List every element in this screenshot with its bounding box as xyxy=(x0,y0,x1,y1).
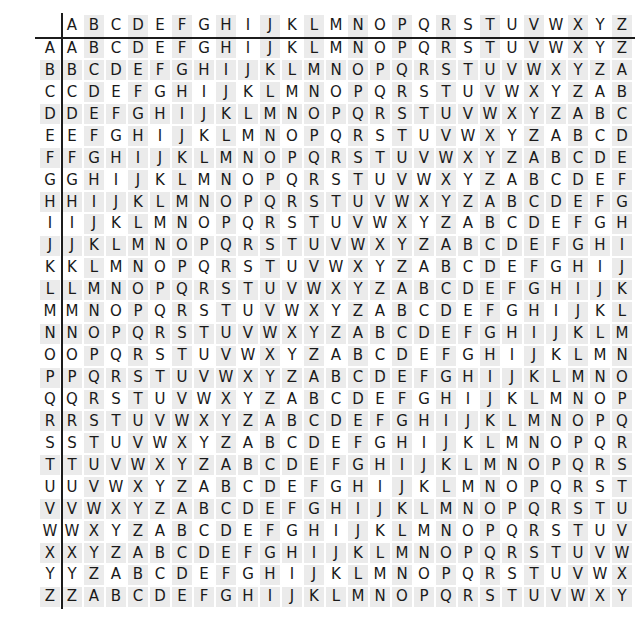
grid-cell: E xyxy=(369,389,391,411)
grid-cell: P xyxy=(259,169,281,191)
grid-cell: F xyxy=(479,301,501,323)
grid-cell: D xyxy=(611,125,633,147)
grid-cell: K xyxy=(369,520,391,542)
grid-cell: Z xyxy=(413,235,435,257)
grid-cell: A xyxy=(61,38,83,60)
grid-cell: T xyxy=(413,103,435,125)
grid-cell: H xyxy=(435,389,457,411)
grid-cell: N xyxy=(545,410,567,432)
grid-cell: L xyxy=(303,38,325,60)
grid-cell: C xyxy=(105,38,127,60)
grid-cell: O xyxy=(105,301,127,323)
grid-cell: S xyxy=(435,59,457,81)
grid-cell: G xyxy=(479,323,501,345)
grid-cell: X xyxy=(61,542,83,564)
grid-cell: N xyxy=(567,389,589,411)
grid-cell: D xyxy=(479,257,501,279)
grid-cell: P xyxy=(171,257,193,279)
grid-cell: T xyxy=(501,586,523,608)
grid-cell: B xyxy=(479,213,501,235)
grid-cell: A xyxy=(149,520,171,542)
grid-cell: R xyxy=(237,235,259,257)
grid-cell: Z xyxy=(457,191,479,213)
grid-cell: D xyxy=(501,235,523,257)
grid-cell: U xyxy=(501,38,523,60)
grid-cell: G xyxy=(83,147,105,169)
grid-cell: B xyxy=(215,476,237,498)
grid-cell: A xyxy=(413,257,435,279)
grid-cell: F xyxy=(215,564,237,586)
grid-cell: R xyxy=(259,213,281,235)
grid-cell: M xyxy=(259,103,281,125)
grid-cell: R xyxy=(611,432,633,454)
grid-cell: Y xyxy=(105,520,127,542)
grid-cell: C xyxy=(347,367,369,389)
grid-cell: Q xyxy=(369,81,391,103)
grid-cell: A xyxy=(83,586,105,608)
grid-cell: F xyxy=(61,147,83,169)
grid-cell: Y xyxy=(193,432,215,454)
grid-cell: X xyxy=(435,169,457,191)
grid-cell: N xyxy=(171,213,193,235)
grid-cell: M xyxy=(281,81,303,103)
grid-cell: T xyxy=(259,257,281,279)
grid-cell: N xyxy=(391,564,413,586)
grid-cell: G xyxy=(127,103,149,125)
grid-cell: T xyxy=(325,191,347,213)
grid-cell: M xyxy=(83,279,105,301)
grid-cell: K xyxy=(435,454,457,476)
grid-cell: I xyxy=(589,257,611,279)
grid-cell: W xyxy=(523,59,545,81)
grid-cell: B xyxy=(303,389,325,411)
grid-cell: O xyxy=(61,345,83,367)
grid-cell: J xyxy=(501,367,523,389)
grid-cell: Z xyxy=(259,389,281,411)
grid-cell: X xyxy=(127,476,149,498)
row-label: L xyxy=(39,279,61,301)
grid-cell: Y xyxy=(127,498,149,520)
grid-cell: Q xyxy=(171,279,193,301)
grid-cell: P xyxy=(413,586,435,608)
grid-cell: D xyxy=(523,213,545,235)
grid-cell: O xyxy=(435,542,457,564)
grid-cell: F xyxy=(523,257,545,279)
grid-cell: F xyxy=(369,410,391,432)
grid-cell: F xyxy=(303,476,325,498)
grid-cell: D xyxy=(567,169,589,191)
grid-cell: W xyxy=(391,191,413,213)
grid-cell: W xyxy=(435,147,457,169)
grid-cell: K xyxy=(171,147,193,169)
grid-cell: R xyxy=(457,586,479,608)
grid-cell: J xyxy=(193,103,215,125)
grid-cell: E xyxy=(105,81,127,103)
grid-cell: U xyxy=(303,235,325,257)
grid-cell: F xyxy=(281,498,303,520)
grid-cell: G xyxy=(259,542,281,564)
grid-cell: T xyxy=(171,345,193,367)
grid-cell: E xyxy=(589,169,611,191)
grid-cell: G xyxy=(391,410,413,432)
header-cell: Z xyxy=(611,14,633,38)
grid-cell: Y xyxy=(303,323,325,345)
grid-cell: Z xyxy=(281,367,303,389)
grid-cell: B xyxy=(435,257,457,279)
grid-cell: P xyxy=(149,279,171,301)
grid-cell: R xyxy=(83,389,105,411)
grid-cell: H xyxy=(413,410,435,432)
grid-cell: C xyxy=(589,125,611,147)
grid-cell: Y xyxy=(215,410,237,432)
grid-cell: V xyxy=(567,564,589,586)
grid-cell: S xyxy=(347,147,369,169)
grid-cell: C xyxy=(61,81,83,103)
grid-cell: I xyxy=(83,191,105,213)
grid-cell: C xyxy=(171,542,193,564)
grid-cell: B xyxy=(105,586,127,608)
grid-cell: W xyxy=(413,169,435,191)
grid-cell: Y xyxy=(259,367,281,389)
grid-cell: O xyxy=(215,191,237,213)
grid-cell: A xyxy=(567,103,589,125)
grid-cell: N xyxy=(259,125,281,147)
grid-cell: Q xyxy=(281,169,303,191)
grid-cell: V xyxy=(127,432,149,454)
grid-cell: N xyxy=(83,301,105,323)
grid-cell: U xyxy=(237,301,259,323)
grid-cell: J xyxy=(171,125,193,147)
grid-cell: J xyxy=(281,586,303,608)
grid-cell: S xyxy=(523,542,545,564)
grid-cell: N xyxy=(457,498,479,520)
grid-cell: P xyxy=(105,323,127,345)
grid-cell: L xyxy=(567,345,589,367)
grid-cell: O xyxy=(501,476,523,498)
corner-cell xyxy=(39,14,61,38)
grid-cell: I xyxy=(435,410,457,432)
grid-cell: H xyxy=(523,301,545,323)
grid-cell: C xyxy=(457,257,479,279)
grid-cell: Z xyxy=(171,476,193,498)
grid-cell: M xyxy=(435,498,457,520)
grid-cell: G xyxy=(369,432,391,454)
grid-cell: J xyxy=(215,81,237,103)
grid-cell: S xyxy=(193,301,215,323)
header-cell: T xyxy=(479,14,501,38)
grid-cell: Z xyxy=(391,257,413,279)
header-cell: X xyxy=(567,14,589,38)
grid-cell: M xyxy=(523,410,545,432)
grid-cell: Y xyxy=(611,586,633,608)
grid-cell: L xyxy=(149,191,171,213)
grid-cell: L xyxy=(105,235,127,257)
grid-cell: F xyxy=(567,213,589,235)
grid-cell: N xyxy=(479,476,501,498)
grid-cell: L xyxy=(589,323,611,345)
grid-cell: A xyxy=(303,367,325,389)
header-cell: G xyxy=(193,14,215,38)
grid-cell: H xyxy=(259,564,281,586)
grid-cell: Q xyxy=(347,103,369,125)
grid-cell: Z xyxy=(61,586,83,608)
grid-cell: Z xyxy=(435,213,457,235)
grid-cell: W xyxy=(589,564,611,586)
grid-cell: I xyxy=(281,564,303,586)
grid-cell: B xyxy=(457,235,479,257)
grid-cell: P xyxy=(391,38,413,60)
grid-cell: S xyxy=(589,476,611,498)
grid-cell: W xyxy=(325,257,347,279)
grid-cell: U xyxy=(479,59,501,81)
grid-cell: G xyxy=(589,213,611,235)
grid-cell: O xyxy=(171,235,193,257)
row-label: G xyxy=(39,169,61,191)
grid-cell: L xyxy=(325,586,347,608)
grid-cell: W xyxy=(215,367,237,389)
header-cell: A xyxy=(61,14,83,38)
grid-cell: A xyxy=(347,323,369,345)
grid-cell: X xyxy=(567,38,589,60)
grid-cell: V xyxy=(237,323,259,345)
grid-cell: U xyxy=(435,103,457,125)
grid-cell: K xyxy=(149,169,171,191)
grid-cell: X xyxy=(413,191,435,213)
grid-cell: P xyxy=(589,410,611,432)
grid-cell: J xyxy=(83,213,105,235)
grid-cell: B xyxy=(413,279,435,301)
grid-cell: Z xyxy=(347,301,369,323)
grid-cell: J xyxy=(611,257,633,279)
grid-cell: K xyxy=(259,59,281,81)
grid-cell: N xyxy=(347,38,369,60)
grid-cell: K xyxy=(127,191,149,213)
grid-cell: E xyxy=(523,235,545,257)
header-cell: U xyxy=(501,14,523,38)
grid-cell: C xyxy=(259,454,281,476)
grid-cell: P xyxy=(479,520,501,542)
grid-cell: D xyxy=(413,323,435,345)
grid-cell: B xyxy=(523,169,545,191)
grid-cell: E xyxy=(567,191,589,213)
grid-cell: A xyxy=(435,235,457,257)
grid-cell: B xyxy=(259,432,281,454)
grid-cell: W xyxy=(545,38,567,60)
grid-cell: R xyxy=(105,367,127,389)
grid-cell: K xyxy=(303,586,325,608)
grid-cell: I xyxy=(61,213,83,235)
grid-cell: D xyxy=(545,191,567,213)
grid-cell: Q xyxy=(325,125,347,147)
grid-cell: Z xyxy=(105,542,127,564)
grid-cell: L xyxy=(83,257,105,279)
grid-cell: Z xyxy=(83,564,105,586)
row-label: H xyxy=(39,191,61,213)
grid-cell: W xyxy=(501,81,523,103)
grid-cell: I xyxy=(259,586,281,608)
grid-cell: K xyxy=(479,410,501,432)
grid-cell: F xyxy=(391,389,413,411)
grid-cell: H xyxy=(589,235,611,257)
grid-cell: I xyxy=(479,367,501,389)
grid-cell: M xyxy=(347,586,369,608)
grid-cell: N xyxy=(413,542,435,564)
grid-cell: J xyxy=(259,38,281,60)
grid-cell: D xyxy=(171,564,193,586)
grid-cell: Y xyxy=(523,103,545,125)
grid-cell: P xyxy=(193,235,215,257)
grid-cell: V xyxy=(83,476,105,498)
grid-cell: Z xyxy=(303,345,325,367)
grid-cell: E xyxy=(83,103,105,125)
grid-cell: V xyxy=(325,235,347,257)
grid-cell: X xyxy=(391,213,413,235)
grid-cell: Y xyxy=(413,213,435,235)
grid-cell: D xyxy=(259,476,281,498)
grid-cell: F xyxy=(237,542,259,564)
grid-cell: C xyxy=(281,432,303,454)
grid-cell: F xyxy=(545,235,567,257)
grid-cell: N xyxy=(501,454,523,476)
grid-cell: E xyxy=(61,125,83,147)
grid-cell: O xyxy=(479,498,501,520)
grid-cell: D xyxy=(435,301,457,323)
grid-cell: N xyxy=(105,279,127,301)
grid-cell: H xyxy=(83,169,105,191)
grid-cell: V xyxy=(61,498,83,520)
grid-cell: Y xyxy=(567,59,589,81)
grid-cell: E xyxy=(391,367,413,389)
grid-cell: S xyxy=(457,38,479,60)
grid-cell: H xyxy=(325,498,347,520)
grid-cell: V xyxy=(545,586,567,608)
row-label: Y xyxy=(39,564,61,586)
grid-cell: P xyxy=(303,125,325,147)
header-cell: S xyxy=(457,14,479,38)
grid-cell: Q xyxy=(523,498,545,520)
grid-cell: J xyxy=(567,301,589,323)
grid-cell: G xyxy=(545,257,567,279)
grid-cell: V xyxy=(171,389,193,411)
grid-cell: A xyxy=(127,542,149,564)
grid-cell: X xyxy=(479,125,501,147)
grid-cell: T xyxy=(83,432,105,454)
grid-cell: A xyxy=(545,125,567,147)
grid-cell: I xyxy=(413,432,435,454)
grid-cell: B xyxy=(501,191,523,213)
grid-cell: Q xyxy=(545,476,567,498)
grid-cell: U xyxy=(347,191,369,213)
grid-cell: T xyxy=(215,301,237,323)
grid-cell: W xyxy=(171,410,193,432)
grid-cell: Y xyxy=(149,476,171,498)
grid-cell: H xyxy=(501,323,523,345)
grid-cell: J xyxy=(303,564,325,586)
grid-cell: E xyxy=(325,432,347,454)
grid-cell: G xyxy=(435,367,457,389)
grid-cell: A xyxy=(105,564,127,586)
grid-cell: S xyxy=(149,345,171,367)
grid-cell: N xyxy=(435,520,457,542)
grid-cell: J xyxy=(237,59,259,81)
grid-cell: A xyxy=(611,59,633,81)
grid-cell: A xyxy=(237,432,259,454)
grid-cell: T xyxy=(281,235,303,257)
grid-cell: S xyxy=(215,279,237,301)
header-cell: B xyxy=(83,14,105,38)
grid-cell: U xyxy=(171,367,193,389)
grid-cell: T xyxy=(567,520,589,542)
grid-cell: K xyxy=(347,542,369,564)
grid-cell: Y xyxy=(435,191,457,213)
grid-cell: V xyxy=(457,103,479,125)
grid-cell: V xyxy=(435,125,457,147)
grid-cell: P xyxy=(523,476,545,498)
grid-cell: V xyxy=(611,520,633,542)
grid-cell: A xyxy=(215,454,237,476)
grid-cell: J xyxy=(105,191,127,213)
grid-cell: H xyxy=(567,257,589,279)
grid-cell: J xyxy=(149,147,171,169)
grid-cell: Z xyxy=(523,125,545,147)
row-label: W xyxy=(39,520,61,542)
grid-cell: C xyxy=(523,191,545,213)
grid-cell: C xyxy=(545,169,567,191)
grid-cell: Q xyxy=(303,147,325,169)
grid-cell: J xyxy=(347,520,369,542)
grid-cell: Z xyxy=(479,169,501,191)
grid-cell: B xyxy=(589,103,611,125)
grid-cell: Z xyxy=(545,103,567,125)
grid-cell: F xyxy=(501,279,523,301)
grid-cell: Q xyxy=(611,410,633,432)
grid-cell: Q xyxy=(413,38,435,60)
grid-cell: H xyxy=(391,432,413,454)
grid-cell: N xyxy=(281,103,303,125)
row-label: E xyxy=(39,125,61,147)
row-label: X xyxy=(39,542,61,564)
grid-cell: M xyxy=(501,432,523,454)
grid-cell: Y xyxy=(545,81,567,103)
grid-cell: F xyxy=(347,432,369,454)
grid-cell: I xyxy=(171,103,193,125)
grid-cell: O xyxy=(149,257,171,279)
grid-cell: W xyxy=(83,498,105,520)
grid-cell: N xyxy=(215,169,237,191)
grid-cell: E xyxy=(171,586,193,608)
grid-cell: O xyxy=(193,213,215,235)
grid-cell: T xyxy=(193,323,215,345)
grid-cell: M xyxy=(171,191,193,213)
grid-cell: V xyxy=(149,410,171,432)
grid-cell: G xyxy=(501,301,523,323)
grid-cell: B xyxy=(347,345,369,367)
grid-cell: T xyxy=(391,125,413,147)
grid-cell: B xyxy=(61,59,83,81)
grid-cell: D xyxy=(325,410,347,432)
grid-cell: Y xyxy=(347,279,369,301)
grid-cell: V xyxy=(259,301,281,323)
grid-cell: E xyxy=(149,38,171,60)
grid-cell: E xyxy=(611,147,633,169)
grid-cell: L xyxy=(369,542,391,564)
grid-cell: P xyxy=(457,542,479,564)
grid-cell: X xyxy=(281,323,303,345)
grid-cell: H xyxy=(193,59,215,81)
grid-cell: C xyxy=(149,564,171,586)
grid-cell: D xyxy=(61,103,83,125)
grid-cell: K xyxy=(391,498,413,520)
